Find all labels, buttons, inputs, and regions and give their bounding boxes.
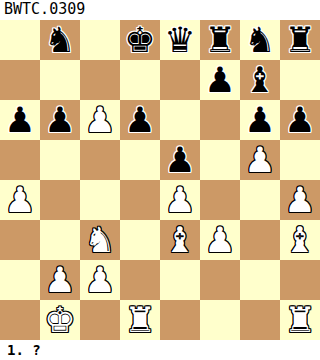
square-a5 xyxy=(0,140,40,180)
black-pawn-piece: ♟ xyxy=(160,140,200,180)
square-b7 xyxy=(40,60,80,100)
square-b4 xyxy=(40,180,80,220)
square-e4: ♟ xyxy=(160,180,200,220)
square-g4 xyxy=(240,180,280,220)
square-b6: ♟ xyxy=(40,100,80,140)
square-c7 xyxy=(80,60,120,100)
white-pawn-piece: ♟ xyxy=(200,220,240,260)
square-g8: ♞ xyxy=(240,20,280,60)
square-d5 xyxy=(120,140,160,180)
square-e2 xyxy=(160,260,200,300)
square-b1: ♚ xyxy=(40,300,80,340)
black-pawn-piece: ♟ xyxy=(120,100,160,140)
white-pawn-piece: ♟ xyxy=(280,180,320,220)
square-a6: ♟ xyxy=(0,100,40,140)
square-h8: ♜ xyxy=(280,20,320,60)
square-h1: ♜ xyxy=(280,300,320,340)
square-b5 xyxy=(40,140,80,180)
square-h4: ♟ xyxy=(280,180,320,220)
square-g1 xyxy=(240,300,280,340)
square-f1 xyxy=(200,300,240,340)
square-d3 xyxy=(120,220,160,260)
black-king-piece: ♚ xyxy=(120,20,160,60)
square-d8: ♚ xyxy=(120,20,160,60)
black-pawn-piece: ♟ xyxy=(240,100,280,140)
square-c6: ♟ xyxy=(80,100,120,140)
square-c5 xyxy=(80,140,120,180)
square-f3: ♟ xyxy=(200,220,240,260)
black-queen-piece: ♛ xyxy=(160,20,200,60)
black-rook-piece: ♜ xyxy=(200,20,240,60)
square-e8: ♛ xyxy=(160,20,200,60)
move-prompt: 1. ? xyxy=(0,340,320,360)
square-a2 xyxy=(0,260,40,300)
square-g3 xyxy=(240,220,280,260)
square-f2 xyxy=(200,260,240,300)
black-pawn-piece: ♟ xyxy=(200,60,240,100)
square-h6: ♟ xyxy=(280,100,320,140)
square-c4 xyxy=(80,180,120,220)
white-knight-piece: ♞ xyxy=(80,220,120,260)
square-c8 xyxy=(80,20,120,60)
square-d1: ♜ xyxy=(120,300,160,340)
white-king-piece: ♚ xyxy=(40,300,80,340)
square-f5 xyxy=(200,140,240,180)
square-c1 xyxy=(80,300,120,340)
square-g5: ♟ xyxy=(240,140,280,180)
square-a1 xyxy=(0,300,40,340)
black-pawn-piece: ♟ xyxy=(0,100,40,140)
white-bishop-piece: ♝ xyxy=(280,220,320,260)
white-rook-piece: ♜ xyxy=(280,300,320,340)
square-h5 xyxy=(280,140,320,180)
square-d6: ♟ xyxy=(120,100,160,140)
square-a4: ♟ xyxy=(0,180,40,220)
black-knight-piece: ♞ xyxy=(40,20,80,60)
square-d7 xyxy=(120,60,160,100)
white-pawn-piece: ♟ xyxy=(0,180,40,220)
square-g7: ♝ xyxy=(240,60,280,100)
square-b2: ♟ xyxy=(40,260,80,300)
square-e3: ♝ xyxy=(160,220,200,260)
chess-board: ♞♚♛♜♞♜♟♝♟♟♟♟♟♟♟♟♟♟♟♞♝♟♝♟♟♚♜♜ xyxy=(0,20,320,340)
square-h7 xyxy=(280,60,320,100)
square-f6 xyxy=(200,100,240,140)
white-pawn-piece: ♟ xyxy=(160,180,200,220)
square-d4 xyxy=(120,180,160,220)
black-pawn-piece: ♟ xyxy=(40,100,80,140)
black-bishop-piece: ♝ xyxy=(240,60,280,100)
square-e7 xyxy=(160,60,200,100)
black-knight-piece: ♞ xyxy=(240,20,280,60)
white-pawn-piece: ♟ xyxy=(80,100,120,140)
square-f4 xyxy=(200,180,240,220)
black-pawn-piece: ♟ xyxy=(280,100,320,140)
square-f7: ♟ xyxy=(200,60,240,100)
white-pawn-piece: ♟ xyxy=(80,260,120,300)
black-rook-piece: ♜ xyxy=(280,20,320,60)
square-e1 xyxy=(160,300,200,340)
square-a7 xyxy=(0,60,40,100)
square-g6: ♟ xyxy=(240,100,280,140)
square-f8: ♜ xyxy=(200,20,240,60)
white-rook-piece: ♜ xyxy=(120,300,160,340)
square-c2: ♟ xyxy=(80,260,120,300)
square-h2 xyxy=(280,260,320,300)
diagram-title: BWTC.0309 xyxy=(0,0,320,20)
square-g2 xyxy=(240,260,280,300)
square-a3 xyxy=(0,220,40,260)
square-h3: ♝ xyxy=(280,220,320,260)
square-e5: ♟ xyxy=(160,140,200,180)
white-pawn-piece: ♟ xyxy=(40,260,80,300)
square-b8: ♞ xyxy=(40,20,80,60)
square-d2 xyxy=(120,260,160,300)
white-bishop-piece: ♝ xyxy=(160,220,200,260)
square-e6 xyxy=(160,100,200,140)
white-pawn-piece: ♟ xyxy=(240,140,280,180)
square-b3 xyxy=(40,220,80,260)
square-c3: ♞ xyxy=(80,220,120,260)
chess-diagram-page: BWTC.0309 ♞♚♛♜♞♜♟♝♟♟♟♟♟♟♟♟♟♟♟♞♝♟♝♟♟♚♜♜ 1… xyxy=(0,0,320,360)
square-a8 xyxy=(0,20,40,60)
